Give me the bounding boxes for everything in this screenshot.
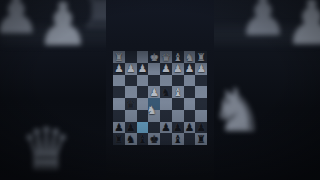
square-a2[interactable]: ♟	[195, 63, 207, 75]
square-g3[interactable]	[125, 75, 137, 87]
piece-wP-c2: ♟	[173, 63, 182, 74]
piece-bN-d4: ♞	[161, 87, 170, 98]
square-c8[interactable]: ♝	[172, 133, 184, 145]
square-g4[interactable]	[125, 86, 137, 98]
square-f1[interactable]	[137, 51, 149, 63]
square-f3[interactable]	[137, 75, 149, 87]
square-a4[interactable]	[195, 86, 207, 98]
square-g1[interactable]	[125, 51, 137, 63]
piece-bB-c8: ♝	[173, 134, 182, 145]
blurred-knight-icon: ♞	[210, 80, 264, 140]
piece-wN-b1: ♞	[185, 52, 194, 63]
piece-bP-g7: ♟	[126, 122, 135, 133]
video-frame: ♟♟♜♛♟♟♞ ♜♚♛♝♞♜♟♟♟♟♟♟♟♟♞♝♛♟♟♟♟♟♟♜♞♝♚♝♜ ♞	[0, 0, 320, 180]
square-d6[interactable]	[160, 110, 172, 122]
square-d4[interactable]: ♞	[160, 86, 172, 98]
square-h3[interactable]	[113, 75, 125, 87]
blurred-pawn-icon: ♟	[0, 0, 40, 42]
video-strip: ♜♚♛♝♞♜♟♟♟♟♟♟♟♟♞♝♛♟♟♟♟♟♟♜♞♝♚♝♜ ♞	[106, 0, 214, 180]
piece-wB-c4: ♝	[173, 87, 182, 98]
moving-white-knight-piece[interactable]: ♞	[145, 104, 158, 117]
square-a1[interactable]: ♜	[195, 51, 207, 63]
piece-wQ-d1: ♛	[161, 52, 170, 63]
square-d1[interactable]: ♛	[160, 51, 172, 63]
piece-wP-f2: ♟	[138, 63, 147, 74]
piece-bP-a7: ♟	[196, 122, 205, 133]
piece-wP-a2: ♟	[196, 63, 205, 74]
piece-bR-h8: ♜	[114, 134, 123, 145]
square-a3[interactable]	[195, 75, 207, 87]
square-b3[interactable]	[184, 75, 196, 87]
piece-bP-c7: ♟	[173, 122, 182, 133]
square-f2[interactable]: ♟	[137, 63, 149, 75]
square-e2[interactable]	[148, 63, 160, 75]
piece-wP-g2: ♟	[126, 63, 135, 74]
square-h7[interactable]: ♟	[113, 122, 125, 134]
piece-bR-a8: ♜	[196, 134, 205, 145]
piece-wK-e1: ♚	[149, 52, 158, 63]
square-b2[interactable]: ♟	[184, 63, 196, 75]
square-d8[interactable]	[160, 133, 172, 145]
square-f4[interactable]	[137, 86, 149, 98]
square-c6[interactable]	[172, 110, 184, 122]
square-e7[interactable]	[148, 122, 160, 134]
square-a7[interactable]: ♟	[195, 122, 207, 134]
square-d2[interactable]: ♟	[160, 63, 172, 75]
square-b7[interactable]: ♟	[184, 122, 196, 134]
square-g8[interactable]: ♞	[125, 133, 137, 145]
square-d5[interactable]	[160, 98, 172, 110]
square-c4[interactable]: ♝	[172, 86, 184, 98]
piece-wP-e4: ♟	[149, 87, 158, 98]
square-b1[interactable]: ♞	[184, 51, 196, 63]
square-a8[interactable]: ♜	[195, 133, 207, 145]
square-c2[interactable]: ♟	[172, 63, 184, 75]
square-h1[interactable]: ♜	[113, 51, 125, 63]
square-e1[interactable]: ♚	[148, 51, 160, 63]
piece-wP-d2: ♟	[161, 63, 170, 74]
square-d3[interactable]	[160, 75, 172, 87]
square-h6[interactable]	[113, 110, 125, 122]
blurred-pawn-icon: ♟	[238, 0, 288, 44]
piece-bN-g8: ♞	[126, 134, 135, 145]
square-b8[interactable]	[184, 133, 196, 145]
square-e8[interactable]: ♚	[148, 133, 160, 145]
square-c1[interactable]: ♝	[172, 51, 184, 63]
square-d7[interactable]: ♟	[160, 122, 172, 134]
square-f7[interactable]	[137, 122, 149, 134]
piece-wB-c1: ♝	[173, 52, 182, 63]
square-e4[interactable]: ♟	[148, 86, 160, 98]
blurred-pawn-icon: ♟	[284, 0, 320, 54]
square-a6[interactable]	[195, 110, 207, 122]
square-b5[interactable]	[184, 98, 196, 110]
square-h2[interactable]: ♟	[113, 63, 125, 75]
piece-bQ-g5: ♛	[126, 99, 135, 110]
piece-wR-h1: ♜	[114, 52, 123, 63]
piece-bP-h7: ♟	[114, 122, 123, 133]
square-e3[interactable]	[148, 75, 160, 87]
square-g5[interactable]: ♛	[125, 98, 137, 110]
piece-wP-b2: ♟	[185, 63, 194, 74]
piece-wP-h2: ♟	[114, 63, 123, 74]
piece-bP-d7: ♟	[161, 122, 170, 133]
square-c7[interactable]: ♟	[172, 122, 184, 134]
piece-bK-e8: ♚	[149, 134, 158, 145]
square-c3[interactable]	[172, 75, 184, 87]
piece-wR-a1: ♜	[196, 52, 205, 63]
square-b6[interactable]	[184, 110, 196, 122]
square-h4[interactable]	[113, 86, 125, 98]
blurred-queen-icon: ♛	[20, 120, 72, 178]
square-g7[interactable]: ♟	[125, 122, 137, 134]
square-g6[interactable]	[125, 110, 137, 122]
piece-bP-b7: ♟	[185, 122, 194, 133]
square-c5[interactable]	[172, 98, 184, 110]
piece-bB-f8: ♝	[138, 134, 147, 145]
square-h8[interactable]: ♜	[113, 133, 125, 145]
square-b4[interactable]	[184, 86, 196, 98]
chess-board[interactable]: ♜♚♛♝♞♜♟♟♟♟♟♟♟♟♞♝♛♟♟♟♟♟♟♜♞♝♚♝♜	[113, 51, 207, 145]
square-g2[interactable]: ♟	[125, 63, 137, 75]
square-f8[interactable]: ♝	[137, 133, 149, 145]
square-a5[interactable]	[195, 98, 207, 110]
square-h5[interactable]	[113, 98, 125, 110]
